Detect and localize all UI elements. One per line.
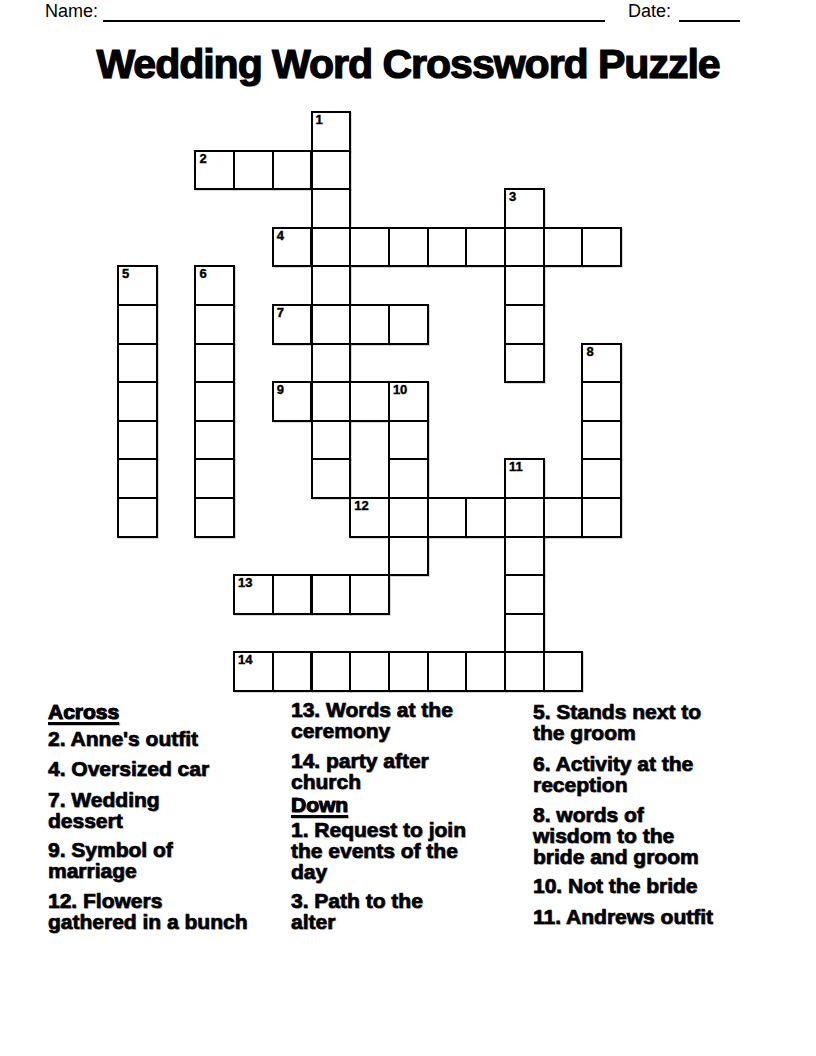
grid-cell[interactable] (311, 343, 352, 384)
grid-cell[interactable] (272, 651, 313, 692)
grid-cell[interactable] (117, 497, 158, 538)
grid-cell[interactable] (388, 536, 429, 577)
clue-number: 7. (48, 788, 66, 811)
grid-cell[interactable] (117, 343, 158, 384)
grid-cell[interactable] (311, 574, 352, 615)
grid-cell[interactable] (311, 150, 352, 191)
clue-down-8: 8. words of wisdom to the bride and groo… (533, 804, 785, 867)
grid-cell[interactable] (272, 574, 313, 615)
clue-across-13: 13. Words at the ceremony (291, 699, 529, 741)
clue-number: 2. (48, 727, 66, 750)
clue-across-4: 4. Oversized car (48, 758, 290, 779)
grid-cell[interactable]: 2 (194, 150, 235, 191)
cell-number: 6 (199, 267, 206, 281)
grid-cell[interactable] (504, 613, 545, 654)
grid-cell[interactable]: 6 (194, 265, 235, 306)
grid-cell[interactable] (543, 227, 584, 268)
grid-cell[interactable] (427, 651, 468, 692)
grid-cell[interactable] (581, 497, 622, 538)
clue-down-11: 11. Andrews outfit (533, 906, 785, 927)
date-label: Date: (628, 1, 671, 21)
clue-number: 1. (291, 818, 309, 841)
worksheet-page: Name: Date: Wedding Word Crossword Puzzl… (0, 0, 816, 1056)
clue-number: 10. (533, 874, 562, 897)
clue-number: 5. (533, 700, 551, 723)
grid-cell[interactable] (311, 420, 352, 461)
grid-cell[interactable] (311, 458, 352, 499)
clue-text: Path to the alter (291, 889, 423, 933)
grid-cell[interactable]: 7 (272, 304, 313, 345)
grid-cell[interactable] (543, 651, 584, 692)
grid-cell[interactable] (504, 651, 545, 692)
cell-number: 3 (509, 190, 516, 204)
clue-text: Andrews outfit (561, 905, 713, 928)
grid-cell[interactable] (311, 265, 352, 306)
clue-text: Oversized car (66, 757, 210, 780)
grid-cell[interactable] (117, 304, 158, 345)
clue-number: 13. (291, 698, 320, 721)
grid-cell[interactable] (504, 536, 545, 577)
cell-number: 5 (122, 267, 129, 281)
grid-cell[interactable]: 13 (233, 574, 274, 615)
clues-down-heading: Down (291, 794, 529, 815)
grid-cell[interactable] (349, 574, 390, 615)
grid-cell[interactable] (311, 188, 352, 229)
grid-cell[interactable] (504, 304, 545, 345)
grid-cell[interactable] (388, 304, 429, 345)
page-title: Wedding Word Crossword Puzzle (0, 44, 816, 85)
grid-cell[interactable] (581, 227, 622, 268)
cell-number: 14 (238, 653, 252, 667)
clue-down-1: 1. Request to join the events of the day (291, 819, 529, 882)
clue-text: Anne's outfit (66, 727, 199, 750)
grid-cell[interactable]: 4 (272, 227, 313, 268)
grid-cell[interactable] (194, 343, 235, 384)
clue-text: Flowers gathered in a bunch (48, 889, 248, 933)
cell-number: 11 (509, 460, 523, 474)
cell-number: 8 (586, 345, 593, 359)
clue-down-6: 6. Activity at the reception (533, 753, 785, 795)
grid-cell[interactable] (388, 227, 429, 268)
clue-across-9: 9. Symbol of marriage (48, 839, 290, 881)
cell-number: 2 (199, 152, 206, 166)
grid-cell[interactable]: 11 (504, 458, 545, 499)
clue-text: Stands next to the groom (533, 700, 701, 744)
clue-number: 11. (533, 905, 561, 928)
cell-number: 12 (354, 499, 368, 513)
grid-cell[interactable] (543, 497, 584, 538)
clues-across-heading: Across (48, 701, 290, 722)
grid-cell[interactable] (311, 381, 352, 422)
cell-number: 1 (316, 113, 323, 127)
grid-cell[interactable] (194, 381, 235, 422)
date-blank-line[interactable] (679, 2, 740, 22)
grid-cell[interactable] (504, 497, 545, 538)
grid-cell[interactable] (388, 497, 429, 538)
clue-down-5: 5. Stands next to the groom (533, 701, 785, 743)
grid-cell[interactable] (272, 150, 313, 191)
grid-cell[interactable]: 12 (349, 497, 390, 538)
grid-cell[interactable] (117, 381, 158, 422)
grid-cell[interactable] (117, 420, 158, 461)
grid-cell[interactable]: 14 (233, 651, 274, 692)
clue-number: 14. (291, 749, 320, 772)
clue-text: Not the bride (562, 874, 697, 897)
grid-cell[interactable] (117, 458, 158, 499)
grid-cell[interactable] (194, 458, 235, 499)
clue-across-2: 2. Anne's outfit (48, 728, 290, 749)
grid-cell[interactable] (349, 651, 390, 692)
grid-cell[interactable] (581, 458, 622, 499)
cell-number: 9 (277, 383, 284, 397)
grid-cell[interactable]: 9 (272, 381, 313, 422)
grid-cell[interactable]: 1 (311, 111, 352, 152)
clue-number: 8. (533, 803, 551, 826)
grid-cell[interactable] (465, 227, 506, 268)
grid-cell[interactable] (581, 420, 622, 461)
clue-number: 9. (48, 838, 66, 861)
grid-cell[interactable] (311, 304, 352, 345)
grid-cell[interactable] (311, 651, 352, 692)
grid-cell[interactable] (194, 304, 235, 345)
crossword-grid: 1234567891011121314 (117, 111, 623, 692)
clue-across-14: 14. party after church (291, 750, 529, 792)
grid-cell[interactable] (388, 458, 429, 499)
cell-number: 13 (238, 576, 252, 590)
name-blank-line[interactable] (103, 2, 605, 22)
grid-cell[interactable] (349, 381, 390, 422)
cell-number: 10 (393, 383, 407, 397)
grid-cell[interactable] (194, 420, 235, 461)
clue-text: Wedding dessert (48, 788, 160, 832)
clue-number: 3. (291, 889, 309, 912)
cell-number: 4 (277, 229, 284, 243)
clue-text: Symbol of marriage (48, 838, 173, 882)
grid-cell[interactable] (427, 227, 468, 268)
grid-cell[interactable] (349, 304, 390, 345)
grid-cell[interactable] (465, 497, 506, 538)
clue-text: Request to join the events of the day (291, 818, 466, 883)
grid-cell[interactable] (194, 497, 235, 538)
grid-cell[interactable]: 10 (388, 381, 429, 422)
clue-across-12: 12. Flowers gathered in a bunch (48, 890, 290, 932)
grid-cell[interactable] (311, 227, 352, 268)
name-label: Name: (45, 1, 98, 21)
grid-cell[interactable] (465, 651, 506, 692)
clue-number: 6. (533, 752, 551, 775)
grid-cell[interactable] (504, 343, 545, 384)
grid-cell[interactable]: 3 (504, 188, 545, 229)
grid-cell[interactable] (388, 651, 429, 692)
grid-cell[interactable] (504, 265, 545, 306)
grid-cell[interactable]: 8 (581, 343, 622, 384)
grid-cell[interactable]: 5 (117, 265, 158, 306)
grid-cell[interactable] (427, 497, 468, 538)
grid-cell[interactable] (581, 381, 622, 422)
cell-number: 7 (277, 306, 284, 320)
clue-text: words of wisdom to the bride and groom (533, 803, 699, 868)
grid-cell[interactable] (504, 574, 545, 615)
clue-number: 4. (48, 757, 66, 780)
clue-text: Activity at the reception (533, 752, 693, 796)
grid-cell[interactable] (349, 227, 390, 268)
clue-across-7: 7. Wedding dessert (48, 789, 290, 831)
clue-number: 12. (48, 889, 77, 912)
grid-cell[interactable] (504, 227, 545, 268)
grid-cell[interactable] (388, 420, 429, 461)
clue-down-3: 3. Path to the alter (291, 890, 529, 932)
clue-down-10: 10. Not the bride (533, 875, 785, 896)
grid-cell[interactable] (233, 150, 274, 191)
